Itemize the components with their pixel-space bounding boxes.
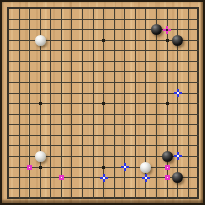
analysis-marker-cross[interactable]	[174, 89, 182, 97]
grid-line-horizontal	[9, 124, 199, 125]
grid-line-vertical	[135, 9, 136, 199]
star-point	[166, 102, 169, 105]
star-point	[102, 39, 105, 42]
white-stone	[35, 35, 46, 46]
black-stone	[162, 151, 173, 162]
grid-line-horizontal	[9, 114, 199, 115]
analysis-marker-cross[interactable]	[163, 26, 171, 34]
analysis-marker-dot[interactable]	[165, 165, 170, 170]
black-stone	[172, 172, 183, 183]
grid-line-vertical	[188, 9, 189, 199]
white-stone	[35, 151, 46, 162]
grid-line-horizontal	[9, 135, 199, 136]
star-point	[102, 102, 105, 105]
analysis-marker-dot[interactable]	[165, 175, 170, 180]
grid-line-vertical	[156, 9, 157, 199]
analysis-marker-dot[interactable]	[59, 175, 64, 180]
black-stone	[172, 35, 183, 46]
star-point	[166, 39, 169, 42]
go-board[interactable]	[0, 0, 205, 205]
star-point	[39, 102, 42, 105]
analysis-marker-cross[interactable]	[174, 152, 182, 160]
star-point	[39, 166, 42, 169]
analysis-marker-cross[interactable]	[121, 163, 129, 171]
white-stone	[140, 162, 151, 173]
star-point	[102, 166, 105, 169]
analysis-marker-dot[interactable]	[27, 165, 32, 170]
grid-line-horizontal	[9, 145, 199, 146]
analysis-marker-cross[interactable]	[142, 174, 150, 182]
analysis-marker-cross[interactable]	[100, 174, 108, 182]
black-stone	[151, 24, 162, 35]
grid-line-vertical	[114, 9, 115, 199]
grid-line-horizontal	[9, 188, 199, 189]
